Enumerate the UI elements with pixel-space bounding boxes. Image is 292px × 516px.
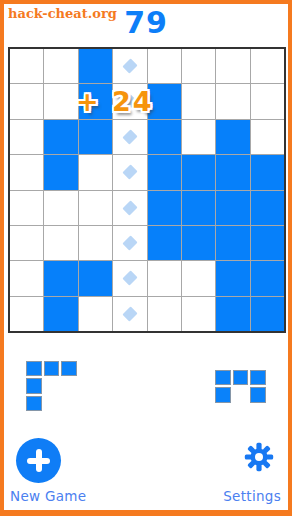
board-cell[interactable] [113, 226, 146, 260]
board-cell[interactable] [251, 120, 284, 154]
board-cell[interactable] [10, 226, 43, 260]
board-cell[interactable] [251, 155, 284, 189]
board-cell[interactable] [10, 261, 43, 295]
board-cell[interactable] [79, 226, 112, 260]
board-cell[interactable] [148, 155, 181, 189]
board-cell[interactable] [216, 120, 249, 154]
board-cell[interactable] [79, 49, 112, 83]
piece-block [25, 360, 43, 378]
board-cell[interactable] [251, 261, 284, 295]
board-cell[interactable] [216, 155, 249, 189]
tray-slot-1 [4, 348, 99, 424]
sparkle-diamond-icon [122, 165, 137, 180]
piece-tray [4, 348, 288, 424]
piece-block [60, 360, 78, 378]
board-cell[interactable] [113, 261, 146, 295]
board-cell[interactable] [79, 155, 112, 189]
board-cell[interactable] [79, 191, 112, 225]
sparkle-diamond-icon [122, 235, 137, 250]
board-cell[interactable] [44, 261, 77, 295]
board-cell[interactable] [10, 191, 43, 225]
board-cell[interactable] [79, 297, 112, 331]
new-game-button[interactable] [16, 438, 61, 483]
settings-button[interactable] [244, 442, 274, 472]
tray-piece-2[interactable] [214, 369, 267, 404]
piece-block [249, 369, 267, 387]
sparkle-diamond-icon [122, 200, 137, 215]
board-cell[interactable] [113, 191, 146, 225]
board-cell[interactable] [148, 297, 181, 331]
board-cell[interactable] [251, 226, 284, 260]
piece-block [249, 386, 267, 404]
board-cell[interactable] [182, 49, 215, 83]
app-window: hack-cheat.org 79 + 24 [0, 0, 292, 516]
board-cell[interactable] [44, 297, 77, 331]
board-cell[interactable] [10, 84, 43, 118]
board-cell[interactable] [216, 191, 249, 225]
piece-block [25, 377, 43, 395]
board-cell[interactable] [182, 297, 215, 331]
board-cell[interactable] [113, 155, 146, 189]
piece-empty [43, 395, 61, 413]
sparkle-diamond-icon [122, 271, 137, 286]
sparkle-diamond-icon [122, 59, 137, 74]
piece-empty [60, 377, 78, 395]
gear-icon [244, 457, 274, 476]
board-cell[interactable] [113, 120, 146, 154]
board-cell[interactable] [251, 297, 284, 331]
sparkle-diamond-icon [122, 129, 137, 144]
tray-slot-3 [193, 348, 288, 424]
board-cell[interactable] [216, 49, 249, 83]
score-display: 79 [4, 5, 288, 40]
bonus-popup: + 24 [76, 86, 154, 117]
board-cell[interactable] [251, 191, 284, 225]
board-cell[interactable] [10, 120, 43, 154]
piece-empty [232, 386, 250, 404]
sparkle-diamond-icon [122, 306, 137, 321]
game-board[interactable]: + 24 [8, 47, 286, 333]
piece-block [232, 369, 250, 387]
board-cell[interactable] [148, 49, 181, 83]
board-cell[interactable] [10, 297, 43, 331]
board-cell[interactable] [182, 155, 215, 189]
board-cell[interactable] [44, 191, 77, 225]
board-cell[interactable] [182, 226, 215, 260]
board-cell[interactable] [182, 84, 215, 118]
board-cell[interactable] [44, 226, 77, 260]
board-cell[interactable] [251, 49, 284, 83]
board-cell[interactable] [216, 297, 249, 331]
board-cell[interactable] [148, 226, 181, 260]
piece-block [214, 386, 232, 404]
piece-block [214, 369, 232, 387]
settings-label[interactable]: Settings [223, 488, 281, 504]
tray-slot-2 [99, 348, 194, 424]
piece-block [25, 395, 43, 413]
board-cell[interactable] [216, 226, 249, 260]
board-cell[interactable] [79, 261, 112, 295]
board-cell[interactable] [44, 120, 77, 154]
board-cell[interactable] [148, 191, 181, 225]
board-cell[interactable] [148, 261, 181, 295]
board-cell[interactable] [216, 84, 249, 118]
board-cell[interactable] [216, 261, 249, 295]
board-cell[interactable] [113, 297, 146, 331]
board-cell[interactable] [79, 120, 112, 154]
board-cell[interactable] [113, 49, 146, 83]
board-cell[interactable] [182, 120, 215, 154]
piece-empty [43, 377, 61, 395]
board-cell[interactable] [44, 84, 77, 118]
board-cell[interactable] [251, 84, 284, 118]
piece-empty [60, 395, 78, 413]
board-cell[interactable] [44, 49, 77, 83]
new-game-label[interactable]: New Game [10, 488, 86, 504]
board-cell[interactable] [182, 191, 215, 225]
board-cell[interactable] [10, 155, 43, 189]
board-cell[interactable] [182, 261, 215, 295]
tray-piece-1[interactable] [25, 360, 78, 413]
piece-block [43, 360, 61, 378]
board-cell[interactable] [148, 120, 181, 154]
board-cell[interactable] [10, 49, 43, 83]
board-cell[interactable] [44, 155, 77, 189]
